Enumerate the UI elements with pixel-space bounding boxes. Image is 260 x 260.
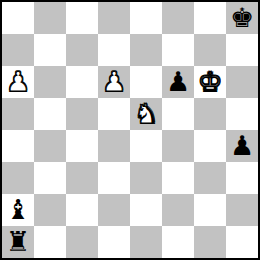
black-pawn[interactable]: ♟ [162, 66, 194, 98]
square-f8[interactable] [162, 2, 194, 34]
square-d4[interactable] [98, 130, 130, 162]
square-c4[interactable] [66, 130, 98, 162]
square-a4[interactable] [2, 130, 34, 162]
square-g6[interactable]: ♚ [194, 66, 226, 98]
square-c7[interactable] [66, 34, 98, 66]
square-b7[interactable] [34, 34, 66, 66]
square-b3[interactable] [34, 162, 66, 194]
square-h3[interactable] [226, 162, 258, 194]
square-a5[interactable] [2, 98, 34, 130]
square-b5[interactable] [34, 98, 66, 130]
square-g5[interactable] [194, 98, 226, 130]
square-f5[interactable] [162, 98, 194, 130]
square-g7[interactable] [194, 34, 226, 66]
square-f6[interactable]: ♟ [162, 66, 194, 98]
square-f3[interactable] [162, 162, 194, 194]
white-pawn[interactable]: ♟ [2, 66, 34, 98]
square-e1[interactable] [130, 226, 162, 258]
square-h7[interactable] [226, 34, 258, 66]
square-a6[interactable]: ♟ [2, 66, 34, 98]
square-c8[interactable] [66, 2, 98, 34]
square-h6[interactable] [226, 66, 258, 98]
square-d1[interactable] [98, 226, 130, 258]
square-e4[interactable] [130, 130, 162, 162]
square-e6[interactable] [130, 66, 162, 98]
square-h2[interactable] [226, 194, 258, 226]
square-g1[interactable] [194, 226, 226, 258]
square-c2[interactable] [66, 194, 98, 226]
square-h4[interactable]: ♟ [226, 130, 258, 162]
square-c6[interactable] [66, 66, 98, 98]
square-b1[interactable] [34, 226, 66, 258]
square-b4[interactable] [34, 130, 66, 162]
square-d6[interactable]: ♟ [98, 66, 130, 98]
white-pawn[interactable]: ♟ [98, 66, 130, 98]
square-a3[interactable] [2, 162, 34, 194]
white-knight[interactable]: ♞ [130, 98, 162, 130]
square-h1[interactable] [226, 226, 258, 258]
black-king[interactable]: ♚ [226, 2, 258, 34]
black-rook[interactable]: ♜ [2, 226, 34, 258]
chess-board: ♚♟♟♟♚♞♟♝♜ [0, 0, 260, 260]
square-d2[interactable] [98, 194, 130, 226]
square-h5[interactable] [226, 98, 258, 130]
square-b6[interactable] [34, 66, 66, 98]
square-c1[interactable] [66, 226, 98, 258]
square-a1[interactable]: ♜ [2, 226, 34, 258]
square-f1[interactable] [162, 226, 194, 258]
square-h8[interactable]: ♚ [226, 2, 258, 34]
square-e8[interactable] [130, 2, 162, 34]
square-a8[interactable] [2, 2, 34, 34]
square-f2[interactable] [162, 194, 194, 226]
square-f4[interactable] [162, 130, 194, 162]
square-d7[interactable] [98, 34, 130, 66]
square-b8[interactable] [34, 2, 66, 34]
square-e3[interactable] [130, 162, 162, 194]
square-e2[interactable] [130, 194, 162, 226]
square-g8[interactable] [194, 2, 226, 34]
square-c5[interactable] [66, 98, 98, 130]
square-e5[interactable]: ♞ [130, 98, 162, 130]
square-g3[interactable] [194, 162, 226, 194]
square-d5[interactable] [98, 98, 130, 130]
square-d3[interactable] [98, 162, 130, 194]
square-b2[interactable] [34, 194, 66, 226]
square-g4[interactable] [194, 130, 226, 162]
square-a2[interactable]: ♝ [2, 194, 34, 226]
square-c3[interactable] [66, 162, 98, 194]
black-pawn[interactable]: ♟ [226, 130, 258, 162]
white-king[interactable]: ♚ [194, 66, 226, 98]
square-g2[interactable] [194, 194, 226, 226]
square-d8[interactable] [98, 2, 130, 34]
square-a7[interactable] [2, 34, 34, 66]
square-f7[interactable] [162, 34, 194, 66]
black-bishop[interactable]: ♝ [2, 194, 34, 226]
square-e7[interactable] [130, 34, 162, 66]
